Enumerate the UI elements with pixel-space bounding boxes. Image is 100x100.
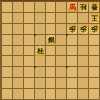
piece-kanji: 桂 xyxy=(80,2,87,12)
board-square[interactable] xyxy=(2,89,13,100)
board-square[interactable] xyxy=(78,35,89,46)
piece-kanji: 歩 xyxy=(69,24,76,34)
board-frame: 馬桂香王歩歩歩銀桂 xyxy=(0,0,100,100)
board-square[interactable] xyxy=(13,24,24,35)
board-square[interactable] xyxy=(13,78,24,89)
board-square[interactable] xyxy=(35,35,46,46)
board-square[interactable] xyxy=(35,2,46,13)
board-square[interactable] xyxy=(67,13,78,24)
board-square[interactable] xyxy=(2,24,13,35)
board-square[interactable] xyxy=(24,35,35,46)
board-square[interactable] xyxy=(56,78,67,89)
board-square[interactable] xyxy=(78,56,89,67)
board-square[interactable] xyxy=(13,67,24,78)
board-square[interactable] xyxy=(2,2,13,13)
board-square[interactable] xyxy=(2,78,13,89)
board-square[interactable] xyxy=(89,35,100,46)
board-square[interactable] xyxy=(35,78,46,89)
board-square[interactable] xyxy=(2,56,13,67)
piece-kanji: 香 xyxy=(91,2,98,12)
board-square[interactable] xyxy=(89,67,100,78)
board-square[interactable] xyxy=(24,13,35,24)
board-square[interactable] xyxy=(13,89,24,100)
board-square[interactable] xyxy=(56,35,67,46)
board-square[interactable] xyxy=(67,78,78,89)
board-square[interactable] xyxy=(46,46,57,57)
board-square[interactable] xyxy=(89,56,100,67)
board-square[interactable] xyxy=(13,2,24,13)
board-square[interactable] xyxy=(56,46,67,57)
board-square[interactable] xyxy=(2,46,13,57)
board-square[interactable] xyxy=(24,89,35,100)
board-square[interactable] xyxy=(56,2,67,13)
board-square[interactable] xyxy=(24,78,35,89)
board-square[interactable] xyxy=(46,24,57,35)
board-square[interactable] xyxy=(56,13,67,24)
board-square[interactable] xyxy=(89,89,100,100)
piece-kanji: 銀 xyxy=(48,35,55,45)
board-square[interactable] xyxy=(67,56,78,67)
board-square[interactable] xyxy=(35,89,46,100)
board-square[interactable] xyxy=(78,67,89,78)
board-square[interactable] xyxy=(56,24,67,35)
piece-kanji: 馬 xyxy=(69,2,76,12)
board-square[interactable] xyxy=(2,13,13,24)
board-square[interactable] xyxy=(24,56,35,67)
board-square[interactable] xyxy=(46,67,57,78)
board-square[interactable] xyxy=(78,13,89,24)
piece-kanji: 王 xyxy=(91,13,98,23)
board-square[interactable] xyxy=(67,89,78,100)
board-square[interactable] xyxy=(35,67,46,78)
board-square[interactable] xyxy=(89,78,100,89)
board-square[interactable] xyxy=(56,89,67,100)
board-square[interactable] xyxy=(24,24,35,35)
board-square[interactable] xyxy=(13,35,24,46)
board-square[interactable] xyxy=(67,35,78,46)
piece-kanji: 桂 xyxy=(37,46,44,56)
board-square[interactable] xyxy=(46,89,57,100)
board-square[interactable] xyxy=(78,89,89,100)
board-square[interactable] xyxy=(24,67,35,78)
board-square[interactable] xyxy=(35,13,46,24)
board-square[interactable] xyxy=(2,67,13,78)
shogi-board: 馬桂香王歩歩歩銀桂 xyxy=(2,2,100,100)
board-square[interactable] xyxy=(56,67,67,78)
board-square[interactable] xyxy=(24,46,35,57)
board-square[interactable] xyxy=(24,2,35,13)
board-square[interactable] xyxy=(78,78,89,89)
board-square[interactable] xyxy=(46,78,57,89)
piece-kanji: 歩 xyxy=(91,24,98,34)
board-square[interactable] xyxy=(13,13,24,24)
board-square[interactable] xyxy=(13,46,24,57)
board-square[interactable] xyxy=(89,46,100,57)
piece-kanji: 歩 xyxy=(80,24,87,34)
star-point xyxy=(34,34,36,36)
board-square[interactable] xyxy=(35,56,46,67)
board-square[interactable] xyxy=(2,35,13,46)
board-square[interactable] xyxy=(46,2,57,13)
board-square[interactable] xyxy=(67,67,78,78)
board-square[interactable] xyxy=(46,13,57,24)
board-square[interactable] xyxy=(35,24,46,35)
board-square[interactable] xyxy=(46,56,57,67)
board-square[interactable] xyxy=(13,56,24,67)
board-square[interactable] xyxy=(67,46,78,57)
board-square[interactable] xyxy=(78,46,89,57)
